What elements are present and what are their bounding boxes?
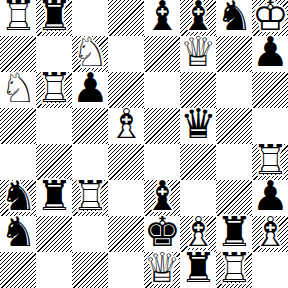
square-g4[interactable] xyxy=(216,144,252,180)
square-g1[interactable]: ♜♖ xyxy=(216,252,252,288)
black-rook-glyph: ♜ xyxy=(36,0,72,34)
square-f5[interactable]: ♛♛ xyxy=(180,108,216,144)
white-knight-glyph: ♘ xyxy=(0,70,36,106)
black-rook-glyph: ♜ xyxy=(36,178,72,214)
piece-black-queen-f5: ♛♛ xyxy=(180,108,216,144)
piece-white-bishop-d5: ♝♗ xyxy=(108,108,144,144)
square-h7[interactable]: ♟♟ xyxy=(252,36,288,72)
piece-white-rook-b6: ♜♖ xyxy=(36,72,72,108)
square-d5[interactable]: ♝♗ xyxy=(108,108,144,144)
square-h2[interactable]: ♝♗ xyxy=(252,216,288,252)
square-d2[interactable] xyxy=(108,216,144,252)
piece-white-rook-a8: ♜♖ xyxy=(0,0,36,36)
white-rook-glyph: ♖ xyxy=(0,0,36,34)
square-h1[interactable] xyxy=(252,252,288,288)
square-g7[interactable] xyxy=(216,36,252,72)
black-pawn-glyph: ♟ xyxy=(252,34,288,70)
square-c1[interactable] xyxy=(72,252,108,288)
white-rook-glyph: ♖ xyxy=(72,178,108,214)
piece-black-knight-a2: ♞♞ xyxy=(0,216,36,252)
piece-white-bishop-h2: ♝♗ xyxy=(252,216,288,252)
piece-black-knight-g8: ♞♞ xyxy=(216,0,252,36)
square-g6[interactable] xyxy=(216,72,252,108)
piece-white-rook-g1: ♜♖ xyxy=(216,252,252,288)
white-rook-glyph: ♖ xyxy=(36,70,72,106)
square-a5[interactable] xyxy=(0,108,36,144)
square-b1[interactable] xyxy=(36,252,72,288)
black-pawn-glyph: ♟ xyxy=(72,70,108,106)
piece-white-queen-f7: ♛♕ xyxy=(180,36,216,72)
square-d1[interactable] xyxy=(108,252,144,288)
white-bishop-glyph: ♗ xyxy=(252,214,288,250)
black-bishop-glyph: ♝ xyxy=(144,0,180,34)
piece-black-rook-f1: ♜♜ xyxy=(180,252,216,288)
square-a1[interactable] xyxy=(0,252,36,288)
square-c2[interactable] xyxy=(72,216,108,252)
square-d3[interactable] xyxy=(108,180,144,216)
square-g8[interactable]: ♞♞ xyxy=(216,0,252,36)
piece-black-rook-b8: ♜♜ xyxy=(36,0,72,36)
black-knight-glyph: ♞ xyxy=(0,214,36,250)
square-e5[interactable] xyxy=(144,108,180,144)
square-c5[interactable] xyxy=(72,108,108,144)
square-b3[interactable]: ♜♜ xyxy=(36,180,72,216)
square-e8[interactable]: ♝♝ xyxy=(144,0,180,36)
square-d7[interactable] xyxy=(108,36,144,72)
piece-black-pawn-h7: ♟♟ xyxy=(252,36,288,72)
white-queen-glyph: ♕ xyxy=(144,250,180,286)
square-d4[interactable] xyxy=(108,144,144,180)
black-rook-glyph: ♜ xyxy=(180,250,216,286)
square-a2[interactable]: ♞♞ xyxy=(0,216,36,252)
square-a6[interactable]: ♞♘ xyxy=(0,72,36,108)
piece-black-rook-b3: ♜♜ xyxy=(36,180,72,216)
square-b8[interactable]: ♜♜ xyxy=(36,0,72,36)
piece-white-knight-a6: ♞♘ xyxy=(0,72,36,108)
square-a8[interactable]: ♜♖ xyxy=(0,0,36,36)
square-b5[interactable] xyxy=(36,108,72,144)
white-queen-glyph: ♕ xyxy=(180,34,216,70)
square-b6[interactable]: ♜♖ xyxy=(36,72,72,108)
square-e6[interactable] xyxy=(144,72,180,108)
square-b2[interactable] xyxy=(36,216,72,252)
black-knight-glyph: ♞ xyxy=(216,0,252,34)
piece-white-rook-c3: ♜♖ xyxy=(72,180,108,216)
piece-white-queen-e1: ♛♕ xyxy=(144,252,180,288)
square-g5[interactable] xyxy=(216,108,252,144)
square-e7[interactable] xyxy=(144,36,180,72)
white-rook-glyph: ♖ xyxy=(216,250,252,286)
square-h6[interactable] xyxy=(252,72,288,108)
square-c6[interactable]: ♟♟ xyxy=(72,72,108,108)
white-bishop-glyph: ♗ xyxy=(108,106,144,142)
square-f4[interactable] xyxy=(180,144,216,180)
square-d8[interactable] xyxy=(108,0,144,36)
piece-black-pawn-c6: ♟♟ xyxy=(72,72,108,108)
square-c3[interactable]: ♜♖ xyxy=(72,180,108,216)
piece-black-bishop-e8: ♝♝ xyxy=(144,0,180,36)
chess-board: ♜♖♜♜♝♝♝♝♞♞♚♔♞♘♛♕♟♟♞♘♜♖♟♟♝♗♛♛♜♖♞♞♜♜♜♖♝♝♟♟… xyxy=(0,0,288,288)
black-queen-glyph: ♛ xyxy=(180,106,216,142)
square-f1[interactable]: ♜♜ xyxy=(180,252,216,288)
square-f7[interactable]: ♛♕ xyxy=(180,36,216,72)
square-e1[interactable]: ♛♕ xyxy=(144,252,180,288)
